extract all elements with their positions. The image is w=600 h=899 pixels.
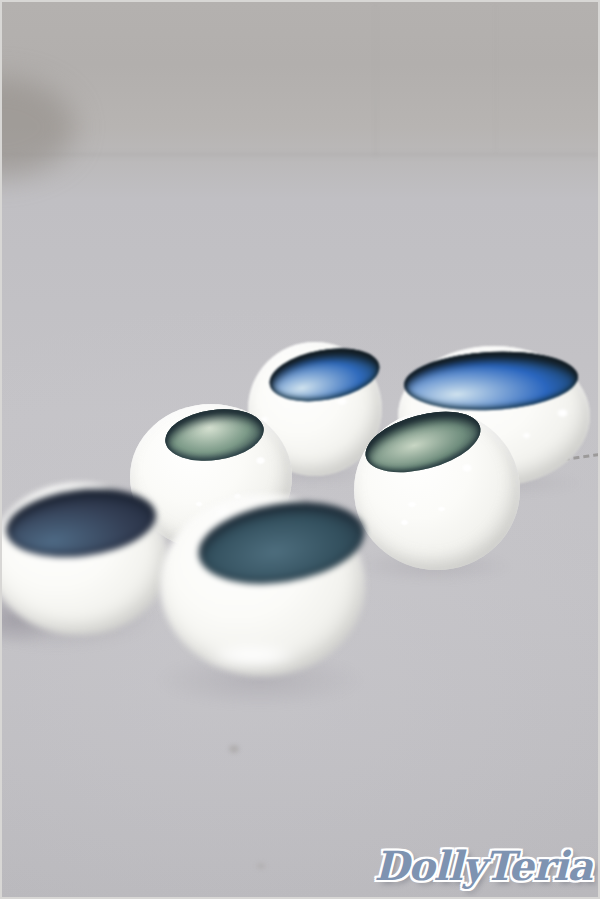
watermark-logo: DollyTeria	[374, 842, 592, 889]
specular-highlight	[255, 456, 266, 465]
backdrop-streak	[374, 2, 377, 157]
specular-highlight	[336, 397, 348, 406]
surface-speck	[229, 745, 239, 753]
surface-speck	[257, 863, 265, 869]
backdrop-streak	[494, 2, 497, 152]
doll-eyes-photo: DollyTeria	[0, 0, 600, 899]
specular-highlight	[205, 644, 300, 668]
specular-highlight	[437, 506, 446, 512]
doll-eye-front-center	[160, 494, 365, 676]
specular-highlight	[556, 408, 569, 418]
backdrop-smudge	[0, 77, 75, 177]
specular-highlight	[407, 501, 417, 508]
backdrop-horizon-line	[2, 153, 598, 156]
specular-highlight	[461, 463, 473, 473]
specular-highlight	[522, 432, 531, 439]
doll-eye-front-left	[0, 483, 168, 635]
specular-highlight	[216, 507, 230, 518]
doll-eye-middle-right	[354, 410, 520, 570]
specular-highlight	[400, 519, 409, 526]
